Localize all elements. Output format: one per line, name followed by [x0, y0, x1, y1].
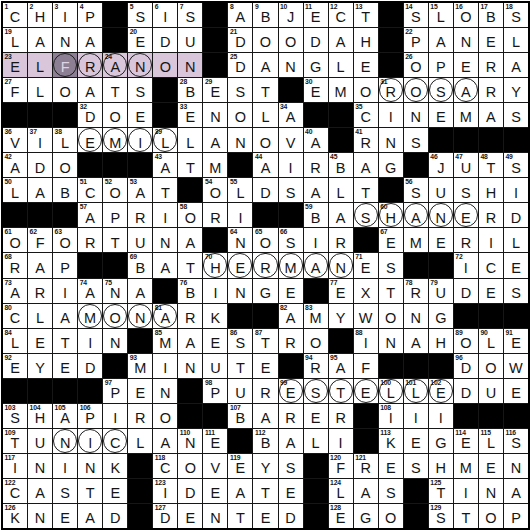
grid-cell-r2c19[interactable]: R [479, 53, 503, 77]
grid-cell-r6c15[interactable]: G [379, 153, 403, 177]
grid-cell-r16c6[interactable]: O [153, 404, 177, 428]
grid-cell-r18c17[interactable]: H [429, 454, 453, 478]
grid-cell-r5c7[interactable]: L [178, 128, 202, 152]
grid-cell-r0c13[interactable]: 12C [329, 3, 353, 27]
grid-cell-r9c20[interactable]: L [504, 228, 528, 252]
grid-cell-r18c6[interactable]: 118C [153, 454, 177, 478]
grid-cell-r19c3[interactable]: T [78, 479, 102, 503]
grid-cell-r8c3[interactable]: 57A [78, 203, 102, 227]
grid-cell-r11c3[interactable]: 74A [78, 279, 102, 303]
grid-cell-r18c2[interactable]: I [53, 454, 77, 478]
grid-cell-r11c5[interactable]: A [128, 279, 152, 303]
grid-cell-r12c13[interactable]: Y [329, 304, 353, 328]
grid-cell-r1c16[interactable]: 22P [404, 28, 428, 52]
grid-cell-r18c11[interactable]: S [279, 454, 303, 478]
grid-cell-r4c8[interactable]: N [203, 103, 227, 127]
grid-cell-r7c8[interactable]: 54O [203, 178, 227, 202]
grid-cell-r7c11[interactable]: S [279, 178, 303, 202]
grid-cell-r20c20[interactable]: P [504, 504, 528, 528]
grid-cell-r15c13[interactable]: T [329, 379, 353, 403]
grid-cell-r9c10[interactable]: 65O [253, 228, 277, 252]
grid-cell-r7c1[interactable]: A [28, 178, 52, 202]
grid-cell-r18c19[interactable]: E [479, 454, 503, 478]
grid-cell-r6c1[interactable]: D [28, 153, 52, 177]
grid-cell-r12c8[interactable]: K [203, 304, 227, 328]
grid-cell-r17c4[interactable]: C [103, 429, 127, 453]
grid-cell-r14c14[interactable]: F [354, 354, 378, 378]
grid-cell-r9c13[interactable]: R [329, 228, 353, 252]
grid-cell-r20c13[interactable]: 128E [329, 504, 353, 528]
grid-cell-r18c13[interactable]: 120F [329, 454, 353, 478]
grid-cell-r10c7[interactable]: T [178, 253, 202, 277]
grid-cell-r2c13[interactable]: L [329, 53, 353, 77]
grid-cell-r10c10[interactable]: R [253, 253, 277, 277]
grid-cell-r3c17[interactable]: S [429, 78, 453, 102]
grid-cell-r2c10[interactable]: A [253, 53, 277, 77]
grid-cell-r0c7[interactable]: 7S [178, 3, 202, 27]
grid-cell-r1c0[interactable]: 19L [3, 28, 27, 52]
grid-cell-r8c8[interactable]: R [203, 203, 227, 227]
grid-cell-r16c13[interactable]: R [329, 404, 353, 428]
grid-cell-r8c13[interactable]: A [329, 203, 353, 227]
grid-cell-r9c12[interactable]: I [304, 228, 328, 252]
grid-cell-r11c2[interactable]: I [53, 279, 77, 303]
grid-cell-r17c3[interactable]: I [78, 429, 102, 453]
grid-cell-r5c11[interactable]: V [279, 128, 303, 152]
grid-cell-r20c8[interactable]: N [203, 504, 227, 528]
grid-cell-r20c2[interactable]: E [53, 504, 77, 528]
grid-cell-r5c9[interactable]: N [228, 128, 252, 152]
grid-cell-r13c6[interactable]: 85M [153, 329, 177, 353]
grid-cell-r2c17[interactable]: P [429, 53, 453, 77]
grid-cell-r2c4[interactable]: 24A [103, 53, 127, 77]
grid-cell-r17c5[interactable]: L [128, 429, 152, 453]
grid-cell-r16c10[interactable]: A [253, 404, 277, 428]
grid-cell-r13c20[interactable]: 91E [504, 329, 528, 353]
grid-cell-r9c6[interactable]: N [153, 228, 177, 252]
grid-cell-r8c5[interactable]: R [128, 203, 152, 227]
grid-cell-r2c20[interactable]: A [504, 53, 528, 77]
grid-cell-r14c3[interactable]: D [78, 354, 102, 378]
grid-cell-r4c3[interactable]: 32D [78, 103, 102, 127]
grid-cell-r15c8[interactable]: 98P [203, 379, 227, 403]
grid-cell-r19c6[interactable]: 123I [153, 479, 177, 503]
grid-cell-r7c4[interactable]: 52O [103, 178, 127, 202]
grid-cell-r9c0[interactable]: 61O [3, 228, 27, 252]
grid-cell-r4c14[interactable]: 35C [354, 103, 378, 127]
grid-cell-r13c3[interactable]: I [78, 329, 102, 353]
grid-cell-r2c12[interactable]: G [304, 53, 328, 77]
grid-cell-r1c10[interactable]: O [253, 28, 277, 52]
grid-cell-r2c9[interactable]: 25D [228, 53, 252, 77]
grid-cell-r6c18[interactable]: 47U [454, 153, 478, 177]
grid-cell-r18c14[interactable]: 121R [354, 454, 378, 478]
grid-cell-r12c7[interactable]: R [178, 304, 202, 328]
grid-cell-r16c0[interactable]: 103S [3, 404, 27, 428]
grid-cell-r10c6[interactable]: A [153, 253, 177, 277]
grid-cell-r7c14[interactable]: T [354, 178, 378, 202]
grid-cell-r17c17[interactable]: G [429, 429, 453, 453]
grid-cell-r13c18[interactable]: 89O [454, 329, 478, 353]
grid-cell-r10c5[interactable]: 69B [128, 253, 152, 277]
grid-cell-r15c14[interactable]: E [354, 379, 378, 403]
grid-cell-r14c6[interactable]: I [153, 354, 177, 378]
grid-cell-r3c19[interactable]: R [479, 78, 503, 102]
grid-cell-r0c12[interactable]: 11E [304, 3, 328, 27]
grid-cell-r0c20[interactable]: 18S [504, 3, 528, 27]
grid-cell-r6c13[interactable]: 45B [329, 153, 353, 177]
grid-cell-r19c19[interactable]: N [479, 479, 503, 503]
grid-cell-r14c8[interactable]: U [203, 354, 227, 378]
grid-cell-r11c17[interactable]: 79U [429, 279, 453, 303]
grid-cell-r4c11[interactable]: 34A [279, 103, 303, 127]
grid-cell-r7c18[interactable]: S [454, 178, 478, 202]
grid-cell-r15c18[interactable]: D [454, 379, 478, 403]
grid-cell-r17c13[interactable]: I [329, 429, 353, 453]
grid-cell-r19c15[interactable]: S [379, 479, 403, 503]
grid-cell-r6c7[interactable]: T [178, 153, 202, 177]
grid-cell-r8c15[interactable]: 60H [379, 203, 403, 227]
grid-cell-r8c19[interactable]: R [479, 203, 503, 227]
grid-cell-r15c12[interactable]: S [304, 379, 328, 403]
grid-cell-r6c17[interactable]: 46J [429, 153, 453, 177]
grid-cell-r1c14[interactable]: H [354, 28, 378, 52]
grid-cell-r13c8[interactable]: E [203, 329, 227, 353]
grid-cell-r19c1[interactable]: A [28, 479, 52, 503]
grid-cell-r2c7[interactable]: N [178, 53, 202, 77]
grid-cell-r0c10[interactable]: 9B [253, 3, 277, 27]
grid-cell-r16c2[interactable]: 105A [53, 404, 77, 428]
grid-cell-r7c0[interactable]: 50L [3, 178, 27, 202]
grid-cell-r7c13[interactable]: L [329, 178, 353, 202]
grid-cell-r18c20[interactable]: N [504, 454, 528, 478]
grid-cell-r13c12[interactable]: O [304, 329, 328, 353]
grid-cell-r9c9[interactable]: 64N [228, 228, 252, 252]
grid-cell-r10c8[interactable]: 70H [203, 253, 227, 277]
grid-cell-r12c12[interactable]: 83M [304, 304, 328, 328]
grid-cell-r15c6[interactable]: N [153, 379, 177, 403]
grid-cell-r15c4[interactable]: 97P [103, 379, 127, 403]
grid-cell-r20c4[interactable]: D [103, 504, 127, 528]
grid-cell-r13c4[interactable]: N [103, 329, 127, 353]
grid-cell-r7c9[interactable]: 55L [228, 178, 252, 202]
grid-cell-r1c2[interactable]: N [53, 28, 77, 52]
grid-cell-r8c12[interactable]: 59B [304, 203, 328, 227]
grid-cell-r15c17[interactable]: 102E [429, 379, 453, 403]
grid-cell-r8c16[interactable]: A [404, 203, 428, 227]
grid-cell-r8c18[interactable]: E [454, 203, 478, 227]
grid-cell-r3c0[interactable]: 27F [3, 78, 27, 102]
grid-cell-r4c10[interactable]: L [253, 103, 277, 127]
grid-cell-r11c11[interactable]: E [279, 279, 303, 303]
grid-cell-r3c3[interactable]: A [78, 78, 102, 102]
grid-cell-r19c4[interactable]: E [103, 479, 127, 503]
grid-cell-r9c15[interactable]: 67E [379, 228, 403, 252]
grid-cell-r11c13[interactable]: 77E [329, 279, 353, 303]
grid-cell-r11c19[interactable]: E [479, 279, 503, 303]
grid-cell-r8c9[interactable]: I [228, 203, 252, 227]
grid-cell-r20c9[interactable]: T [228, 504, 252, 528]
grid-cell-r0c2[interactable]: 3I [53, 3, 77, 27]
grid-cell-r18c10[interactable]: Y [253, 454, 277, 478]
grid-cell-r11c14[interactable]: X [354, 279, 378, 303]
grid-cell-r19c17[interactable]: 125T [429, 479, 453, 503]
grid-cell-r3c14[interactable]: O [354, 78, 378, 102]
grid-cell-r17c0[interactable]: 109T [3, 429, 27, 453]
grid-cell-r5c3[interactable]: E [78, 128, 102, 152]
grid-cell-r7c20[interactable]: I [504, 178, 528, 202]
grid-cell-r19c7[interactable]: D [178, 479, 202, 503]
grid-cell-r3c15[interactable]: 31R [379, 78, 403, 102]
grid-cell-r3c13[interactable]: M [329, 78, 353, 102]
grid-cell-r10c0[interactable]: 68R [3, 253, 27, 277]
grid-cell-r10c18[interactable]: 72I [454, 253, 478, 277]
grid-cell-r6c19[interactable]: 48T [479, 153, 503, 177]
grid-cell-r2c2[interactable]: F [53, 53, 77, 77]
grid-cell-r12c16[interactable]: N [404, 304, 428, 328]
grid-cell-r16c1[interactable]: 104H [28, 404, 52, 428]
grid-cell-r20c11[interactable]: D [279, 504, 303, 528]
grid-cell-r9c1[interactable]: 62F [28, 228, 52, 252]
grid-cell-r10c14[interactable]: 71E [354, 253, 378, 277]
grid-cell-r6c2[interactable]: O [53, 153, 77, 177]
grid-cell-r20c6[interactable]: 127D [153, 504, 177, 528]
grid-cell-r3c20[interactable]: Y [504, 78, 528, 102]
grid-cell-r17c8[interactable]: 111E [203, 429, 227, 453]
grid-cell-r7c10[interactable]: D [253, 178, 277, 202]
grid-cell-r1c7[interactable]: U [178, 28, 202, 52]
grid-cell-r16c11[interactable]: R [279, 404, 303, 428]
grid-cell-r1c18[interactable]: N [454, 28, 478, 52]
grid-cell-r10c19[interactable]: C [479, 253, 503, 277]
grid-cell-r5c5[interactable]: I [128, 128, 152, 152]
grid-cell-r3c2[interactable]: O [53, 78, 77, 102]
grid-cell-r2c14[interactable]: E [354, 53, 378, 77]
grid-cell-r17c7[interactable]: 110N [178, 429, 202, 453]
grid-cell-r14c7[interactable]: N [178, 354, 202, 378]
grid-cell-r2c0[interactable]: 23E [3, 53, 27, 77]
grid-cell-r15c10[interactable]: R [253, 379, 277, 403]
grid-cell-r10c13[interactable]: N [329, 253, 353, 277]
grid-cell-r14c1[interactable]: Y [28, 354, 52, 378]
grid-cell-r10c15[interactable]: S [379, 253, 403, 277]
grid-cell-r12c2[interactable]: A [53, 304, 77, 328]
grid-cell-r13c2[interactable]: T [53, 329, 77, 353]
grid-cell-r3c8[interactable]: 29E [203, 78, 227, 102]
grid-cell-r1c3[interactable]: A [78, 28, 102, 52]
grid-cell-r0c1[interactable]: 2H [28, 3, 52, 27]
grid-cell-r7c12[interactable]: A [304, 178, 328, 202]
grid-cell-r5c12[interactable]: 40A [304, 128, 328, 152]
grid-cell-r13c14[interactable]: 88I [354, 329, 378, 353]
grid-cell-r6c14[interactable]: A [354, 153, 378, 177]
grid-cell-r10c1[interactable]: A [28, 253, 52, 277]
grid-cell-r9c3[interactable]: R [78, 228, 102, 252]
grid-cell-r18c0[interactable]: 117I [3, 454, 27, 478]
grid-cell-r20c1[interactable]: N [28, 504, 52, 528]
grid-cell-r7c6[interactable]: T [153, 178, 177, 202]
grid-cell-r17c15[interactable]: 113K [379, 429, 403, 453]
grid-cell-r13c9[interactable]: 86S [228, 329, 252, 353]
grid-cell-r18c16[interactable]: S [404, 454, 428, 478]
grid-cell-r12c14[interactable]: W [354, 304, 378, 328]
grid-cell-r14c19[interactable]: O [479, 354, 503, 378]
grid-cell-r0c0[interactable]: 1C [3, 3, 27, 27]
grid-cell-r4c7[interactable]: 33E [178, 103, 202, 127]
grid-cell-r5c16[interactable]: S [404, 128, 428, 152]
grid-cell-r20c7[interactable]: E [178, 504, 202, 528]
grid-cell-r3c1[interactable]: L [28, 78, 52, 102]
grid-cell-r19c13[interactable]: 124L [329, 479, 353, 503]
grid-cell-r17c2[interactable]: N [53, 429, 77, 453]
grid-cell-r5c4[interactable]: M [103, 128, 127, 152]
grid-cell-r19c9[interactable]: A [228, 479, 252, 503]
grid-cell-r5c15[interactable]: N [379, 128, 403, 152]
grid-cell-r1c5[interactable]: 20E [128, 28, 152, 52]
grid-cell-r4c16[interactable]: N [404, 103, 428, 127]
grid-cell-r7c17[interactable]: U [429, 178, 453, 202]
grid-cell-r15c19[interactable]: U [479, 379, 503, 403]
grid-cell-r7c2[interactable]: B [53, 178, 77, 202]
grid-cell-r16c12[interactable]: E [304, 404, 328, 428]
grid-cell-r0c6[interactable]: 6I [153, 3, 177, 27]
grid-cell-r17c16[interactable]: E [404, 429, 428, 453]
grid-cell-r1c19[interactable]: E [479, 28, 503, 52]
grid-cell-r1c6[interactable]: D [153, 28, 177, 52]
grid-cell-r5c1[interactable]: 37I [28, 128, 52, 152]
grid-cell-r3c5[interactable]: S [128, 78, 152, 102]
grid-cell-r8c4[interactable]: P [103, 203, 127, 227]
grid-cell-r8c7[interactable]: 58O [178, 203, 202, 227]
grid-cell-r17c19[interactable]: 115L [479, 429, 503, 453]
grid-cell-r9c7[interactable]: A [178, 228, 202, 252]
grid-cell-r13c10[interactable]: 87T [253, 329, 277, 353]
grid-cell-r17c20[interactable]: 116S [504, 429, 528, 453]
grid-cell-r9c2[interactable]: 63O [53, 228, 77, 252]
grid-cell-r19c2[interactable]: S [53, 479, 77, 503]
grid-cell-r3c12[interactable]: 30E [304, 78, 328, 102]
grid-cell-r1c9[interactable]: 21D [228, 28, 252, 52]
grid-cell-r12c15[interactable]: O [379, 304, 403, 328]
grid-cell-r1c20[interactable]: L [504, 28, 528, 52]
grid-cell-r4c20[interactable]: S [504, 103, 528, 127]
grid-cell-r13c17[interactable]: H [429, 329, 453, 353]
grid-cell-r18c9[interactable]: 119E [228, 454, 252, 478]
grid-cell-r2c1[interactable]: L [28, 53, 52, 77]
grid-cell-r18c3[interactable]: N [78, 454, 102, 478]
grid-cell-r16c15[interactable]: 108I [379, 404, 403, 428]
grid-cell-r15c20[interactable]: E [504, 379, 528, 403]
grid-cell-r13c15[interactable]: N [379, 329, 403, 353]
grid-cell-r20c10[interactable]: E [253, 504, 277, 528]
grid-cell-r8c14[interactable]: S [354, 203, 378, 227]
grid-cell-r18c1[interactable]: N [28, 454, 52, 478]
grid-cell-r11c8[interactable]: I [203, 279, 227, 303]
grid-cell-r0c3[interactable]: 4P [78, 3, 102, 27]
grid-cell-r18c8[interactable]: V [203, 454, 227, 478]
grid-cell-r5c0[interactable]: 36V [3, 128, 27, 152]
grid-cell-r5c10[interactable]: O [253, 128, 277, 152]
grid-cell-r12c0[interactable]: 80C [3, 304, 27, 328]
grid-cell-r11c0[interactable]: 73A [3, 279, 27, 303]
grid-cell-r7c3[interactable]: 51C [78, 178, 102, 202]
grid-cell-r1c12[interactable]: D [304, 28, 328, 52]
grid-cell-r3c4[interactable]: T [103, 78, 127, 102]
grid-cell-r18c15[interactable]: E [379, 454, 403, 478]
grid-cell-r2c5[interactable]: N [128, 53, 152, 77]
grid-cell-r5c2[interactable]: 38L [53, 128, 77, 152]
grid-cell-r3c16[interactable]: O [404, 78, 428, 102]
grid-cell-r14c10[interactable]: E [253, 354, 277, 378]
grid-cell-r15c9[interactable]: U [228, 379, 252, 403]
grid-cell-r0c17[interactable]: 15L [429, 3, 453, 27]
grid-cell-r7c19[interactable]: H [479, 178, 503, 202]
grid-cell-r6c12[interactable]: R [304, 153, 328, 177]
grid-cell-r3c7[interactable]: 28B [178, 78, 202, 102]
grid-cell-r11c15[interactable]: T [379, 279, 403, 303]
grid-cell-r5c8[interactable]: A [203, 128, 227, 152]
grid-cell-r14c0[interactable]: 92E [3, 354, 27, 378]
grid-cell-r13c1[interactable]: E [28, 329, 52, 353]
grid-cell-r17c18[interactable]: 114E [454, 429, 478, 453]
grid-cell-r17c12[interactable]: L [304, 429, 328, 453]
grid-cell-r10c12[interactable]: A [304, 253, 328, 277]
grid-cell-r0c16[interactable]: 14S [404, 3, 428, 27]
grid-cell-r20c14[interactable]: G [354, 504, 378, 528]
grid-cell-r11c9[interactable]: N [228, 279, 252, 303]
grid-cell-r3c10[interactable]: T [253, 78, 277, 102]
grid-cell-r2c3[interactable]: R [78, 53, 102, 77]
grid-cell-r11c20[interactable]: S [504, 279, 528, 303]
grid-cell-r0c18[interactable]: 16O [454, 3, 478, 27]
grid-cell-r16c3[interactable]: 106P [78, 404, 102, 428]
grid-cell-r10c20[interactable]: E [504, 253, 528, 277]
grid-cell-r11c7[interactable]: 76B [178, 279, 202, 303]
grid-cell-r1c11[interactable]: O [279, 28, 303, 52]
grid-cell-r9c17[interactable]: E [429, 228, 453, 252]
grid-cell-r8c17[interactable]: N [429, 203, 453, 227]
grid-cell-r16c16[interactable]: I [404, 404, 428, 428]
grid-cell-r1c1[interactable]: A [28, 28, 52, 52]
grid-cell-r10c11[interactable]: M [279, 253, 303, 277]
grid-cell-r2c16[interactable]: 26O [404, 53, 428, 77]
grid-cell-r13c11[interactable]: R [279, 329, 303, 353]
grid-cell-r13c19[interactable]: 90L [479, 329, 503, 353]
grid-cell-r17c11[interactable]: A [279, 429, 303, 453]
grid-cell-r18c4[interactable]: K [103, 454, 127, 478]
grid-cell-r6c8[interactable]: M [203, 153, 227, 177]
grid-cell-r17c10[interactable]: 112B [253, 429, 277, 453]
grid-cell-r14c12[interactable]: 94R [304, 354, 328, 378]
grid-cell-r14c20[interactable]: W [504, 354, 528, 378]
grid-cell-r18c18[interactable]: M [454, 454, 478, 478]
grid-cell-r19c0[interactable]: 122C [3, 479, 27, 503]
grid-cell-r12c6[interactable]: 81A [153, 304, 177, 328]
grid-cell-r12c4[interactable]: O [103, 304, 127, 328]
grid-cell-r8c6[interactable]: I [153, 203, 177, 227]
grid-cell-r14c13[interactable]: 95A [329, 354, 353, 378]
grid-cell-r20c3[interactable]: A [78, 504, 102, 528]
grid-cell-r15c15[interactable]: 100L [379, 379, 403, 403]
grid-cell-r4c15[interactable]: I [379, 103, 403, 127]
grid-cell-r20c17[interactable]: 129S [429, 504, 453, 528]
grid-cell-r0c11[interactable]: 10J [279, 3, 303, 27]
grid-cell-r2c11[interactable]: N [279, 53, 303, 77]
grid-cell-r1c17[interactable]: A [429, 28, 453, 52]
grid-cell-r14c9[interactable]: T [228, 354, 252, 378]
grid-cell-r6c6[interactable]: 43A [153, 153, 177, 177]
grid-cell-r5c6[interactable]: 39L [153, 128, 177, 152]
